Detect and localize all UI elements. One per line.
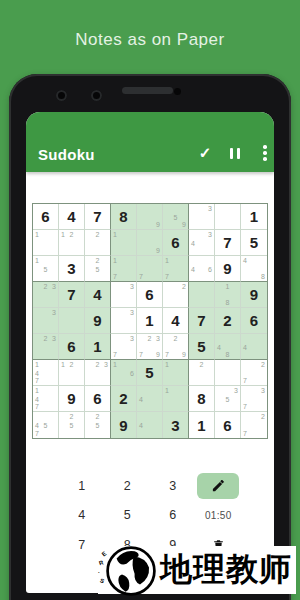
sudoku-cell-r1c2[interactable]: 4 — [59, 204, 85, 230]
sudoku-cell-r3c7[interactable]: 46 — [189, 256, 215, 282]
cell-value: 6 — [85, 386, 110, 411]
cell-value: 3 — [59, 256, 84, 281]
cell-value: 3 — [163, 412, 188, 438]
cell-value: 7 — [189, 308, 214, 333]
sudoku-cell-r5c1[interactable]: 3 — [33, 308, 59, 334]
pencil-note: 7 — [113, 273, 117, 280]
pencil-note: 7 — [139, 273, 143, 280]
pencil-note: 2 — [261, 361, 265, 368]
cell-value: 2 — [215, 308, 240, 333]
sudoku-cell-r9c2[interactable]: 25 — [59, 412, 85, 438]
sudoku-cell-r2c8[interactable]: 7 — [215, 230, 241, 256]
pencil-note: 4 — [217, 343, 221, 350]
sudoku-cell-r4c2[interactable]: 7 — [59, 282, 85, 308]
sudoku-cell-r4c4[interactable]: 3 — [111, 282, 137, 308]
cell-value: 5 — [137, 360, 162, 385]
sudoku-cell-r6c8[interactable]: 48 — [215, 334, 241, 360]
pencil-note: 5 — [70, 422, 74, 429]
sudoku-cell-r9c4[interactable]: 9 — [111, 412, 137, 438]
watermark-arc-letter: · — [98, 569, 100, 575]
pencil-note: 4 — [35, 369, 39, 376]
sudoku-cell-r5c5[interactable]: 1 — [137, 308, 163, 334]
sudoku-cell-r7c9[interactable]: 27 — [241, 360, 267, 386]
sudoku-cell-r8c1[interactable]: 147 — [33, 386, 59, 412]
sudoku-cell-r2c3[interactable]: 2 — [85, 230, 111, 256]
pencil-note: 1 — [113, 257, 117, 264]
sudoku-cell-r5c4[interactable]: 3 — [111, 308, 137, 334]
pencil-note: 2 — [148, 335, 152, 342]
numpad-digit-6[interactable]: 6 — [169, 508, 176, 522]
check-icon[interactable]: ✓ — [196, 144, 214, 162]
globe-icon — [104, 544, 158, 598]
sudoku-cell-r9c7[interactable]: 1 — [189, 412, 215, 438]
pencil-note: 4 — [243, 257, 247, 264]
pencil-icon — [211, 478, 226, 493]
pencil-note: 9 — [156, 351, 160, 358]
sudoku-cell-r1c3[interactable]: 7 — [85, 204, 111, 230]
page-title: Notes as on Paper — [0, 30, 300, 50]
cell-value: 6 — [59, 334, 84, 359]
pencil-note: 7 — [243, 377, 247, 384]
pencil-note: 7 — [35, 377, 39, 384]
cell-value: 8 — [111, 204, 136, 229]
pencil-note: 7 — [35, 430, 39, 437]
pencil-note: 5 — [96, 265, 100, 272]
cell-value: 6 — [163, 230, 188, 255]
pencil-note: 8 — [226, 351, 230, 358]
sudoku-cell-r4c9[interactable]: 9 — [241, 282, 267, 308]
pencil-note: 1 — [165, 361, 169, 368]
pencil-note: 1 — [61, 231, 65, 238]
cell-value: 7 — [215, 230, 240, 255]
pencil-note: 3 — [234, 387, 238, 394]
pencil-note: 9 — [156, 221, 160, 228]
sudoku-cell-r5c7[interactable]: 7 — [189, 308, 215, 334]
sudoku-cell-r4c5[interactable]: 6 — [137, 282, 163, 308]
sudoku-cell-r6c7[interactable]: 5 — [189, 334, 215, 360]
watermark: E R · S 地理教师 — [98, 546, 296, 594]
sudoku-cell-r1c9[interactable]: 1 — [241, 204, 267, 230]
sudoku-cell-r3c2[interactable]: 3 — [59, 256, 85, 282]
pencil-note: 6 — [208, 265, 212, 272]
pencil-note: 2 — [70, 361, 74, 368]
sudoku-cell-r8c8[interactable]: 35 — [215, 386, 241, 412]
sudoku-cell-r6c1[interactable]: 23 — [33, 334, 59, 360]
sudoku-cell-r4c8[interactable]: 18 — [215, 282, 241, 308]
sudoku-cell-r4c6[interactable]: 2 — [163, 282, 189, 308]
app-bar: Sudoku ✓ — [26, 112, 274, 172]
front-camera-icon — [56, 90, 67, 101]
sudoku-cell-r2c5[interactable]: 9 — [137, 230, 163, 256]
sudoku-cell-r7c4[interactable]: 16 — [111, 360, 137, 386]
sudoku-cell-r9c8[interactable]: 6 — [215, 412, 241, 438]
pencil-note: 1 — [35, 231, 39, 238]
game-timer: 01:50 — [205, 510, 232, 521]
cell-value: 9 — [85, 308, 110, 333]
pencil-note: 3 — [52, 335, 56, 342]
sudoku-cell-r5c6[interactable]: 4 — [163, 308, 189, 334]
sudoku-cell-r3c3[interactable]: 25 — [85, 256, 111, 282]
cell-value: 9 — [59, 386, 84, 411]
sudoku-cell-r2c4[interactable]: 1 — [111, 230, 137, 256]
sudoku-cell-r7c3[interactable]: 23 — [85, 360, 111, 386]
sudoku-cell-r9c6[interactable]: 3 — [163, 412, 189, 438]
sudoku-cell-r7c1[interactable]: 147 — [33, 360, 59, 386]
cell-value: 5 — [241, 230, 267, 255]
sudoku-cell-r5c3[interactable]: 9 — [85, 308, 111, 334]
pencil-note: 5 — [44, 265, 48, 272]
sudoku-cell-r2c6[interactable]: 6 — [163, 230, 189, 256]
sudoku-cell-r3c5[interactable]: 7 — [137, 256, 163, 282]
cell-value: 1 — [85, 334, 110, 359]
cell-value: 7 — [59, 282, 84, 307]
pencil-note: 4 — [243, 343, 247, 350]
sudoku-cell-r6c5[interactable]: 2379 — [137, 334, 163, 360]
sudoku-cell-r2c7[interactable]: 43 — [189, 230, 215, 256]
pencil-note: 2 — [96, 361, 100, 368]
overflow-menu-icon[interactable] — [256, 144, 274, 162]
sudoku-cell-r1c8[interactable] — [215, 204, 241, 230]
pencil-note: 9 — [182, 221, 186, 228]
pencil-note: 3 — [130, 283, 134, 290]
sudoku-cell-r3c4[interactable]: 17 — [111, 256, 137, 282]
pencil-note: 5 — [96, 422, 100, 429]
pencil-note: 7 — [165, 273, 169, 280]
pencil-note: 1 — [35, 257, 39, 264]
phone-frame: Sudoku ✓ 6478959311122196437515325177174… — [9, 74, 291, 600]
pencil-note: 2 — [70, 231, 74, 238]
sudoku-cell-r3c9[interactable]: 48 — [241, 256, 267, 282]
cell-value: 6 — [33, 204, 58, 229]
pencil-note: 2 — [96, 257, 100, 264]
pencil-note: 7 — [113, 351, 117, 358]
cell-value: 5 — [189, 334, 214, 359]
pencil-note: 3 — [104, 361, 108, 368]
pencil-note: 1 — [61, 361, 65, 368]
pencil-note: 1 — [165, 387, 169, 394]
cell-value: 2 — [111, 386, 136, 411]
sudoku-cell-r6c4[interactable]: 37 — [111, 334, 137, 360]
pencil-note: 5 — [174, 213, 178, 220]
cell-value: 1 — [137, 308, 162, 333]
sudoku-cell-r9c5[interactable]: 4 — [137, 412, 163, 438]
cell-value: 9 — [241, 282, 267, 307]
pencil-note: 2 — [70, 413, 74, 420]
sudoku-cell-r8c6[interactable]: 1 — [163, 386, 189, 412]
sudoku-cell-r9c9[interactable]: 27 — [241, 412, 267, 438]
pencil-note: 2 — [44, 335, 48, 342]
pencil-note: 4 — [139, 395, 143, 402]
pencil-note: 3 — [261, 387, 265, 394]
sudoku-cell-r1c6[interactable]: 59 — [163, 204, 189, 230]
cell-value: 1 — [189, 412, 214, 438]
pencil-note: 7 — [243, 430, 247, 437]
sudoku-cell-r1c1[interactable]: 6 — [33, 204, 59, 230]
sudoku-cell-r7c5[interactable]: 5 — [137, 360, 163, 386]
cell-value: 7 — [85, 204, 110, 229]
pencil-note: 1 — [165, 257, 169, 264]
numpad-digit-2[interactable]: 2 — [124, 479, 131, 493]
sudoku-cell-r5c8[interactable]: 2 — [215, 308, 241, 334]
sudoku-cell-r4c7[interactable] — [189, 282, 215, 308]
sudoku-cell-r2c9[interactable]: 5 — [241, 230, 267, 256]
watermark-text: 地理教师 — [160, 546, 292, 594]
sudoku-cell-r7c2[interactable]: 12 — [59, 360, 85, 386]
pencil-note: 4 — [35, 422, 39, 429]
sudoku-cell-r7c7[interactable]: 2 — [189, 360, 215, 386]
pencil-note: 4 — [191, 265, 195, 272]
sudoku-cell-r2c2[interactable]: 12 — [59, 230, 85, 256]
sudoku-cell-r9c3[interactable]: 25 — [85, 412, 111, 438]
pencil-note: 7 — [139, 351, 143, 358]
sudoku-cell-r4c3[interactable]: 4 — [85, 282, 111, 308]
sudoku-cell-r1c4[interactable]: 8 — [111, 204, 137, 230]
numpad-digit-7[interactable]: 7 — [78, 538, 85, 552]
sudoku-cell-r8c4[interactable]: 2 — [111, 386, 137, 412]
pencil-note: 3 — [52, 283, 56, 290]
sudoku-cell-r6c9[interactable]: 4 — [241, 334, 267, 360]
sudoku-board: 6478959311122196437515325177174694823743… — [32, 203, 268, 439]
sudoku-cell-r3c8[interactable]: 9 — [215, 256, 241, 282]
pencil-note: 8 — [261, 273, 265, 280]
pencil-note: 1 — [35, 387, 39, 394]
sudoku-cell-r2c1[interactable]: 1 — [33, 230, 59, 256]
pencil-notes-button[interactable] — [197, 473, 239, 499]
pencil-note: 2 — [174, 335, 178, 342]
sudoku-cell-r8c7[interactable]: 8 — [189, 386, 215, 412]
cell-value: 4 — [59, 204, 84, 229]
sudoku-cell-r8c9[interactable]: 37 — [241, 386, 267, 412]
sudoku-cell-r8c3[interactable]: 6 — [85, 386, 111, 412]
pencil-note: 3 — [208, 231, 212, 238]
pencil-note: 7 — [243, 403, 247, 410]
pencil-note: 3 — [52, 309, 56, 316]
cell-value: 4 — [163, 308, 188, 333]
earpiece-speaker — [122, 87, 173, 94]
pencil-note: 2 — [182, 283, 186, 290]
sudoku-cell-r1c7[interactable]: 3 — [189, 204, 215, 230]
sudoku-cell-r9c1[interactable]: 457 — [33, 412, 59, 438]
pencil-note: 1 — [113, 231, 117, 238]
sudoku-cell-r1c5[interactable]: 9 — [137, 204, 163, 230]
sudoku-cell-r3c6[interactable]: 17 — [163, 256, 189, 282]
cell-value: 9 — [215, 256, 240, 281]
numpad-digit-5[interactable]: 5 — [124, 508, 131, 522]
sudoku-cell-r7c6[interactable]: 1 — [163, 360, 189, 386]
sudoku-cell-r8c5[interactable]: 4 — [137, 386, 163, 412]
pencil-note: 6 — [130, 369, 134, 376]
sudoku-cell-r5c9[interactable]: 6 — [241, 308, 267, 334]
pencil-note: 2 — [44, 283, 48, 290]
pencil-note: 9 — [182, 351, 186, 358]
pencil-note: 4 — [191, 239, 195, 246]
cell-value: 6 — [215, 412, 240, 438]
sudoku-cell-r7c8[interactable] — [215, 360, 241, 386]
cell-value: 1 — [241, 204, 267, 229]
pencil-note: 5 — [226, 395, 230, 402]
pencil-note: 1 — [226, 283, 230, 290]
pencil-note: 5 — [44, 422, 48, 429]
cell-value: 6 — [137, 282, 162, 307]
pencil-note: 1 — [113, 361, 117, 368]
pencil-note: 2 — [96, 231, 100, 238]
front-camera-icon — [91, 90, 102, 101]
pencil-note: 3 — [130, 309, 134, 316]
pause-icon[interactable] — [226, 144, 244, 162]
numpad-digit-3[interactable]: 3 — [169, 479, 176, 493]
pencil-note: 2 — [261, 413, 265, 420]
pencil-note: 1 — [35, 361, 39, 368]
cell-value: 9 — [111, 412, 136, 438]
sudoku-cell-r6c3[interactable]: 1 — [85, 334, 111, 360]
sudoku-cell-r6c2[interactable]: 6 — [59, 334, 85, 360]
sudoku-cell-r6c6[interactable]: 279 — [163, 334, 189, 360]
pencil-note: 7 — [165, 351, 169, 358]
pencil-note: 2 — [200, 361, 204, 368]
pencil-note: 4 — [35, 395, 39, 402]
pencil-note: 3 — [156, 335, 160, 342]
app-screen: Sudoku ✓ 6478959311122196437515325177174… — [26, 112, 274, 593]
pencil-note: 2 — [96, 413, 100, 420]
numpad-digit-1[interactable]: 1 — [78, 479, 85, 493]
app-title: Sudoku — [38, 146, 95, 163]
cell-value: 8 — [189, 386, 214, 411]
pencil-note: 4 — [139, 422, 143, 429]
sudoku-cell-r5c2[interactable] — [59, 308, 85, 334]
pencil-note: 8 — [226, 299, 230, 306]
cell-value: 6 — [241, 308, 267, 333]
sudoku-cell-r3c1[interactable]: 15 — [33, 256, 59, 282]
pencil-note: 3 — [130, 335, 134, 342]
sudoku-cell-r4c1[interactable]: 23 — [33, 282, 59, 308]
pencil-note: 7 — [35, 403, 39, 410]
proximity-sensor — [174, 88, 181, 95]
pencil-note: 3 — [208, 205, 212, 212]
pencil-note: 9 — [156, 247, 160, 254]
sudoku-cell-r8c2[interactable]: 9 — [59, 386, 85, 412]
cell-value: 4 — [85, 282, 110, 307]
numpad-digit-4[interactable]: 4 — [78, 508, 85, 522]
